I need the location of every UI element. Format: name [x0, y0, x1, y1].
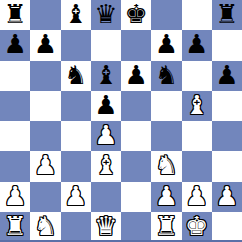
square-h7[interactable]: [212, 30, 242, 60]
piece-black-knight-c6[interactable]: ♞: [64, 62, 87, 88]
square-c7[interactable]: [61, 30, 91, 60]
piece-white-pawn-g2[interactable]: ♟: [185, 183, 208, 209]
piece-black-pawn-f7[interactable]: ♟: [155, 31, 178, 57]
square-f5[interactable]: [151, 91, 181, 121]
square-h1[interactable]: [212, 212, 242, 242]
piece-black-bishop-d6[interactable]: ♝: [94, 62, 117, 88]
piece-white-pawn-h2[interactable]: ♟: [215, 183, 238, 209]
piece-white-pawn-b3[interactable]: ♟: [34, 152, 57, 178]
piece-black-knight-f6[interactable]: ♞: [155, 62, 178, 88]
square-a5[interactable]: [0, 91, 30, 121]
piece-white-king-g1[interactable]: ♚: [185, 213, 208, 239]
piece-black-pawn-g7[interactable]: ♟: [185, 31, 208, 57]
piece-white-bishop-g5[interactable]: ♝: [185, 92, 208, 118]
piece-black-pawn-e6[interactable]: ♟: [124, 62, 147, 88]
square-a1[interactable]: ♜: [0, 212, 30, 242]
piece-white-knight-f3[interactable]: ♞: [155, 152, 178, 178]
piece-black-pawn-h6[interactable]: ♟: [215, 62, 238, 88]
square-b6[interactable]: [30, 61, 60, 91]
square-e4[interactable]: [121, 121, 151, 151]
square-b1[interactable]: ♞: [30, 212, 60, 242]
square-d3[interactable]: ♝: [91, 151, 121, 181]
square-e3[interactable]: [121, 151, 151, 181]
square-c3[interactable]: [61, 151, 91, 181]
square-d5[interactable]: ♟: [91, 91, 121, 121]
square-h6[interactable]: ♟: [212, 61, 242, 91]
square-c8[interactable]: ♝: [61, 0, 91, 30]
piece-black-pawn-d5[interactable]: ♟: [94, 92, 117, 118]
square-g1[interactable]: ♚: [182, 212, 212, 242]
chess-board-container: ♜♝♛♚♜♟♟♟♟♞♝♟♞♟♟♝♟♟♝♞♟♟♟♟♟♜♞♛♜♚: [0, 0, 242, 242]
piece-white-rook-a1[interactable]: ♜: [3, 213, 26, 239]
square-c6[interactable]: ♞: [61, 61, 91, 91]
piece-black-bishop-c8[interactable]: ♝: [64, 1, 87, 27]
square-b3[interactable]: ♟: [30, 151, 60, 181]
square-e7[interactable]: [121, 30, 151, 60]
square-c4[interactable]: [61, 121, 91, 151]
square-h3[interactable]: [212, 151, 242, 181]
square-e6[interactable]: ♟: [121, 61, 151, 91]
square-a2[interactable]: ♟: [0, 182, 30, 212]
square-g3[interactable]: [182, 151, 212, 181]
square-a4[interactable]: [0, 121, 30, 151]
square-h2[interactable]: ♟: [212, 182, 242, 212]
square-h5[interactable]: [212, 91, 242, 121]
square-f4[interactable]: [151, 121, 181, 151]
piece-black-pawn-b7[interactable]: ♟: [34, 31, 57, 57]
piece-white-pawn-a2[interactable]: ♟: [3, 183, 26, 209]
square-f6[interactable]: ♞: [151, 61, 181, 91]
square-a6[interactable]: [0, 61, 30, 91]
square-c2[interactable]: ♟: [61, 182, 91, 212]
square-b2[interactable]: [30, 182, 60, 212]
square-h4[interactable]: [212, 121, 242, 151]
square-b5[interactable]: [30, 91, 60, 121]
square-e2[interactable]: [121, 182, 151, 212]
square-d1[interactable]: ♛: [91, 212, 121, 242]
piece-white-pawn-d4[interactable]: ♟: [94, 122, 117, 148]
square-d8[interactable]: ♛: [91, 0, 121, 30]
piece-white-pawn-f2[interactable]: ♟: [155, 183, 178, 209]
square-b4[interactable]: [30, 121, 60, 151]
square-g2[interactable]: ♟: [182, 182, 212, 212]
square-f3[interactable]: ♞: [151, 151, 181, 181]
square-f2[interactable]: ♟: [151, 182, 181, 212]
square-e5[interactable]: [121, 91, 151, 121]
piece-black-king-e8[interactable]: ♚: [124, 1, 147, 27]
square-b7[interactable]: ♟: [30, 30, 60, 60]
square-c5[interactable]: [61, 91, 91, 121]
piece-white-rook-f1[interactable]: ♜: [155, 213, 178, 239]
square-g5[interactable]: ♝: [182, 91, 212, 121]
piece-black-queen-d8[interactable]: ♛: [94, 1, 117, 27]
square-d7[interactable]: [91, 30, 121, 60]
square-d6[interactable]: ♝: [91, 61, 121, 91]
square-a7[interactable]: ♟: [0, 30, 30, 60]
square-c1[interactable]: [61, 212, 91, 242]
piece-white-queen-d1[interactable]: ♛: [94, 213, 117, 239]
square-e8[interactable]: ♚: [121, 0, 151, 30]
piece-black-pawn-a7[interactable]: ♟: [3, 31, 26, 57]
square-g7[interactable]: ♟: [182, 30, 212, 60]
chess-board: ♜♝♛♚♜♟♟♟♟♞♝♟♞♟♟♝♟♟♝♞♟♟♟♟♟♜♞♛♜♚: [0, 0, 242, 242]
square-b8[interactable]: [30, 0, 60, 30]
square-d2[interactable]: [91, 182, 121, 212]
square-g4[interactable]: [182, 121, 212, 151]
square-g6[interactable]: [182, 61, 212, 91]
square-g8[interactable]: [182, 0, 212, 30]
square-a3[interactable]: [0, 151, 30, 181]
square-d4[interactable]: ♟: [91, 121, 121, 151]
square-e1[interactable]: [121, 212, 151, 242]
piece-black-rook-h8[interactable]: ♜: [215, 1, 238, 27]
piece-white-bishop-d3[interactable]: ♝: [94, 152, 117, 178]
square-a8[interactable]: ♜: [0, 0, 30, 30]
square-f1[interactable]: ♜: [151, 212, 181, 242]
piece-white-pawn-c2[interactable]: ♟: [64, 183, 87, 209]
piece-white-knight-b1[interactable]: ♞: [34, 213, 57, 239]
square-h8[interactable]: ♜: [212, 0, 242, 30]
square-f7[interactable]: ♟: [151, 30, 181, 60]
square-f8[interactable]: [151, 0, 181, 30]
piece-black-rook-a8[interactable]: ♜: [3, 1, 26, 27]
